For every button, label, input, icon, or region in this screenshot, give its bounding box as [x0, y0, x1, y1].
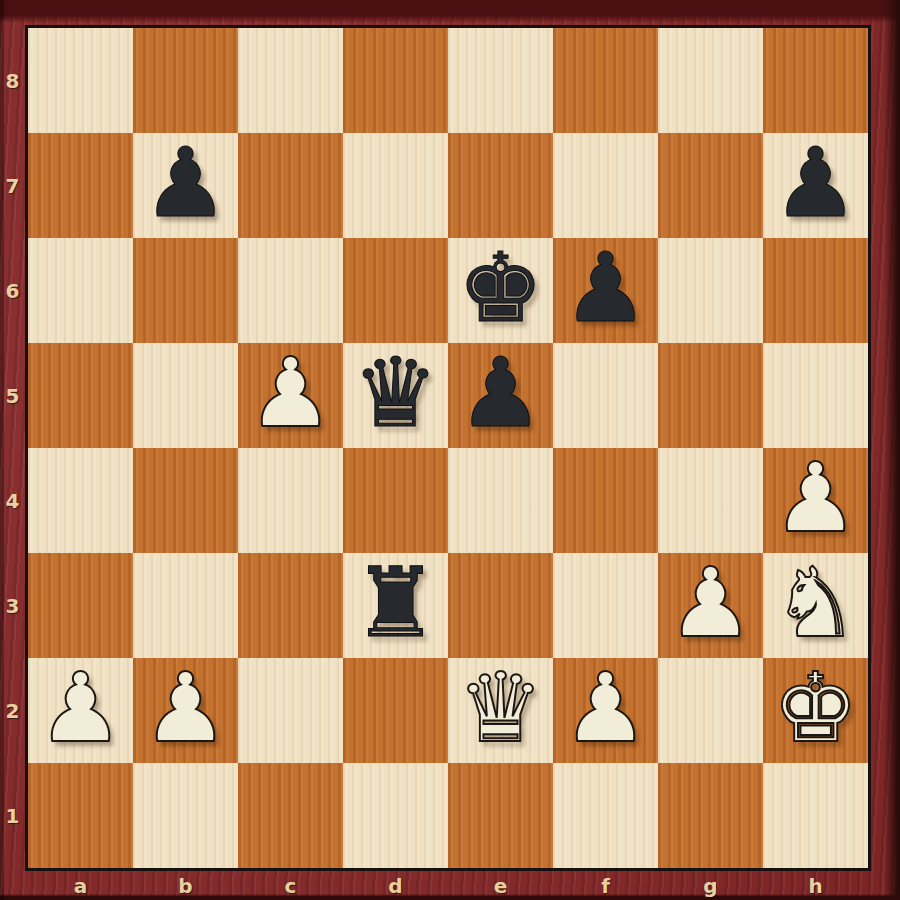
file-label-g: g	[658, 871, 763, 900]
square-f1[interactable]	[553, 763, 658, 868]
square-a5[interactable]	[28, 343, 133, 448]
square-g6[interactable]	[658, 238, 763, 343]
rank-label-2: 2	[0, 658, 25, 763]
square-f7[interactable]	[553, 133, 658, 238]
square-c1[interactable]	[238, 763, 343, 868]
square-a3[interactable]	[28, 553, 133, 658]
square-e1[interactable]	[448, 763, 553, 868]
square-h4[interactable]: ♟	[763, 448, 868, 553]
file-label-a: a	[28, 871, 133, 900]
piece-black-rook-d3[interactable]: ♜	[352, 555, 438, 651]
file-label-d: d	[343, 871, 448, 900]
piece-white-pawn-f2[interactable]: ♟	[562, 660, 648, 756]
square-f8[interactable]	[553, 28, 658, 133]
rank-label-3: 3	[0, 553, 25, 658]
square-b2[interactable]: ♟	[133, 658, 238, 763]
piece-white-king-h2[interactable]: ♚	[772, 660, 858, 756]
square-h1[interactable]	[763, 763, 868, 868]
square-c7[interactable]	[238, 133, 343, 238]
rank-label-5: 5	[0, 343, 25, 448]
square-e6[interactable]: ♚	[448, 238, 553, 343]
piece-white-pawn-a2[interactable]: ♟	[37, 660, 123, 756]
square-h7[interactable]: ♟	[763, 133, 868, 238]
square-f3[interactable]	[553, 553, 658, 658]
piece-white-queen-e2[interactable]: ♛	[457, 660, 543, 756]
square-d8[interactable]	[343, 28, 448, 133]
piece-white-pawn-g3[interactable]: ♟	[667, 555, 753, 651]
square-d1[interactable]	[343, 763, 448, 868]
rank-label-4: 4	[0, 448, 25, 553]
square-e5[interactable]: ♟	[448, 343, 553, 448]
square-c2[interactable]	[238, 658, 343, 763]
square-a4[interactable]	[28, 448, 133, 553]
square-b6[interactable]	[133, 238, 238, 343]
square-d7[interactable]	[343, 133, 448, 238]
square-e3[interactable]	[448, 553, 553, 658]
square-b1[interactable]	[133, 763, 238, 868]
square-f5[interactable]	[553, 343, 658, 448]
piece-white-knight-h3[interactable]: ♞	[772, 555, 858, 651]
square-a8[interactable]	[28, 28, 133, 133]
square-b5[interactable]	[133, 343, 238, 448]
square-h8[interactable]	[763, 28, 868, 133]
square-c3[interactable]	[238, 553, 343, 658]
piece-black-king-e6[interactable]: ♚	[457, 240, 543, 336]
square-a1[interactable]	[28, 763, 133, 868]
square-e7[interactable]	[448, 133, 553, 238]
square-c6[interactable]	[238, 238, 343, 343]
file-label-c: c	[238, 871, 343, 900]
piece-white-pawn-h4[interactable]: ♟	[772, 450, 858, 546]
square-d2[interactable]	[343, 658, 448, 763]
piece-white-pawn-c5[interactable]: ♟	[247, 345, 333, 441]
file-label-f: f	[553, 871, 658, 900]
piece-white-pawn-b2[interactable]: ♟	[142, 660, 228, 756]
square-g7[interactable]	[658, 133, 763, 238]
square-h6[interactable]	[763, 238, 868, 343]
square-g1[interactable]	[658, 763, 763, 868]
square-b4[interactable]	[133, 448, 238, 553]
square-g8[interactable]	[658, 28, 763, 133]
square-c4[interactable]	[238, 448, 343, 553]
square-f4[interactable]	[553, 448, 658, 553]
rank-label-7: 7	[0, 133, 25, 238]
square-g2[interactable]	[658, 658, 763, 763]
square-h3[interactable]: ♞	[763, 553, 868, 658]
piece-black-queen-d5[interactable]: ♛	[352, 345, 438, 441]
square-a6[interactable]	[28, 238, 133, 343]
rank-label-1: 1	[0, 763, 25, 868]
file-label-e: e	[448, 871, 553, 900]
square-a7[interactable]	[28, 133, 133, 238]
square-f2[interactable]: ♟	[553, 658, 658, 763]
square-d6[interactable]	[343, 238, 448, 343]
square-d4[interactable]	[343, 448, 448, 553]
rank-label-6: 6	[0, 238, 25, 343]
frame-edge-right	[884, 0, 900, 900]
piece-black-pawn-f6[interactable]: ♟	[562, 240, 648, 336]
square-c5[interactable]: ♟	[238, 343, 343, 448]
square-f6[interactable]: ♟	[553, 238, 658, 343]
piece-black-pawn-e5[interactable]: ♟	[457, 345, 543, 441]
square-e4[interactable]	[448, 448, 553, 553]
square-g5[interactable]	[658, 343, 763, 448]
square-h5[interactable]	[763, 343, 868, 448]
piece-black-pawn-b7[interactable]: ♟	[142, 135, 228, 231]
square-d5[interactable]: ♛	[343, 343, 448, 448]
square-e8[interactable]	[448, 28, 553, 133]
file-label-b: b	[133, 871, 238, 900]
square-a2[interactable]: ♟	[28, 658, 133, 763]
square-b7[interactable]: ♟	[133, 133, 238, 238]
square-e2[interactable]: ♛	[448, 658, 553, 763]
chess-board: ♟♟♚♟♟♛♟♟♜♟♞♟♟♛♟♚	[25, 25, 871, 871]
square-b8[interactable]	[133, 28, 238, 133]
square-g3[interactable]: ♟	[658, 553, 763, 658]
rank-label-8: 8	[0, 28, 25, 133]
file-label-h: h	[763, 871, 868, 900]
piece-black-pawn-h7[interactable]: ♟	[772, 135, 858, 231]
frame-edge-top	[0, 0, 900, 22]
square-h2[interactable]: ♚	[763, 658, 868, 763]
board-frame: ♟♟♚♟♟♛♟♟♜♟♞♟♟♛♟♚ 87654321 abcdefgh	[0, 0, 900, 900]
square-b3[interactable]	[133, 553, 238, 658]
square-c8[interactable]	[238, 28, 343, 133]
square-g4[interactable]	[658, 448, 763, 553]
square-d3[interactable]: ♜	[343, 553, 448, 658]
